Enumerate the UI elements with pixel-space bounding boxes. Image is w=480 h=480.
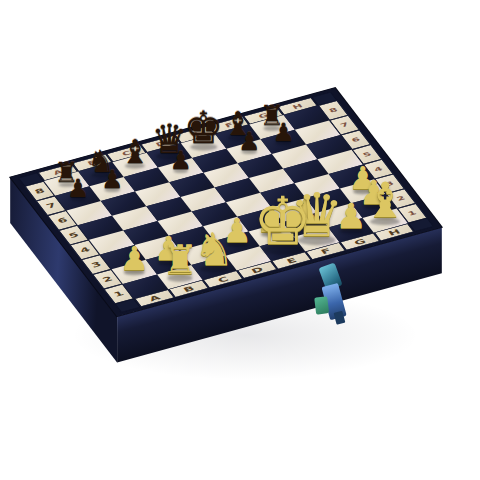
chess-set-photo: ABCDEFGH8877665544332211ABCDEFGH ♜♞♝♛♚♝♜… xyxy=(0,0,480,480)
clasp-hook xyxy=(314,296,329,314)
